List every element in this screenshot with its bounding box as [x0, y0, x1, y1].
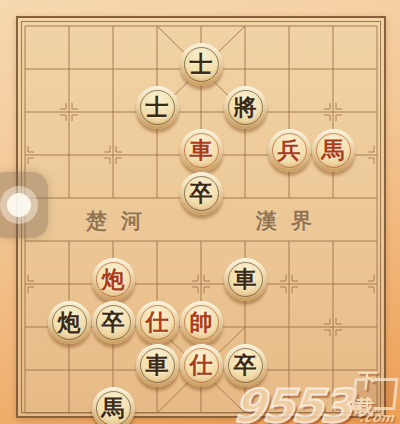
pieces-grid: 士士將車兵馬卒炮車炮卒仕帥車仕卒馬 [3, 5, 399, 424]
piece-red-horse[interactable]: 馬 [312, 129, 355, 172]
piece-red-chariot[interactable]: 車 [180, 129, 223, 172]
piece-glyph: 車 [146, 354, 169, 377]
piece-glyph: 兵 [278, 139, 301, 162]
piece-black-soldier[interactable]: 卒 [92, 301, 135, 344]
piece-glyph: 士 [190, 53, 213, 76]
piece-black-advisor[interactable]: 士 [136, 86, 179, 129]
piece-glyph: 仕 [190, 354, 213, 377]
piece-glyph: 卒 [102, 311, 125, 334]
piece-black-soldier[interactable]: 卒 [224, 344, 267, 387]
piece-glyph: 馬 [102, 397, 125, 420]
piece-red-cannon[interactable]: 炮 [92, 258, 135, 301]
piece-glyph: 帥 [190, 311, 213, 334]
piece-red-soldier[interactable]: 兵 [268, 129, 311, 172]
piece-glyph: 車 [190, 139, 213, 162]
piece-glyph: 炮 [102, 268, 125, 291]
game-screen: 楚河 漢界 士士將車兵馬卒炮車炮卒仕帥車仕卒馬 9553 下载 .com [0, 0, 400, 424]
assistive-dot [7, 193, 31, 217]
piece-black-general[interactable]: 將 [224, 86, 267, 129]
piece-black-chariot[interactable]: 車 [224, 258, 267, 301]
piece-glyph: 卒 [190, 182, 213, 205]
floating-assistive-button[interactable] [0, 172, 48, 238]
piece-black-chariot[interactable]: 車 [136, 344, 179, 387]
piece-glyph: 仕 [146, 311, 169, 334]
piece-red-advisor[interactable]: 仕 [180, 344, 223, 387]
piece-glyph: 炮 [58, 311, 81, 334]
piece-black-advisor[interactable]: 士 [180, 43, 223, 86]
piece-red-advisor[interactable]: 仕 [136, 301, 179, 344]
piece-black-cannon[interactable]: 炮 [48, 301, 91, 344]
piece-glyph: 馬 [322, 139, 345, 162]
piece-glyph: 將 [234, 96, 257, 119]
piece-red-general[interactable]: 帥 [180, 301, 223, 344]
piece-glyph: 士 [146, 96, 169, 119]
piece-black-horse[interactable]: 馬 [92, 387, 135, 424]
piece-glyph: 卒 [234, 354, 257, 377]
piece-glyph: 車 [234, 268, 257, 291]
piece-black-soldier[interactable]: 卒 [180, 172, 223, 215]
